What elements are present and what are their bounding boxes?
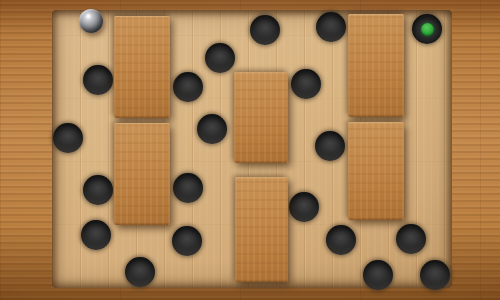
hole: [173, 72, 203, 102]
hole: [315, 131, 345, 161]
hole: [83, 175, 113, 205]
hole: [250, 15, 280, 45]
hole: [197, 114, 227, 144]
wall-block: [235, 177, 288, 282]
hole: [83, 65, 113, 95]
board-frame: [0, 0, 500, 300]
wall-block: [234, 72, 288, 163]
goal-hole: [412, 14, 442, 44]
hole: [316, 12, 346, 42]
hole: [363, 260, 393, 290]
hole: [396, 224, 426, 254]
hole: [289, 192, 319, 222]
wall-block: [348, 122, 404, 220]
hole: [420, 260, 450, 290]
hole: [81, 220, 111, 250]
hole: [125, 257, 155, 287]
hole: [326, 225, 356, 255]
hole: [53, 123, 83, 153]
hole: [205, 43, 235, 73]
steel-ball[interactable]: [79, 9, 103, 33]
hole: [172, 226, 202, 256]
wall-block: [348, 14, 404, 117]
wall-block: [114, 16, 170, 118]
goal-green-dot-icon: [421, 23, 434, 36]
wall-block: [114, 123, 170, 225]
hole: [291, 69, 321, 99]
hole: [173, 173, 203, 203]
